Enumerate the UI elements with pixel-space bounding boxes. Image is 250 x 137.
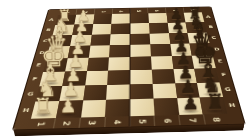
square-g4[interactable] [106,84,130,100]
square-h8[interactable]: ♜ [200,97,227,114]
square-g5[interactable] [130,84,153,100]
square-c5[interactable] [130,33,150,45]
square-e4[interactable] [108,57,130,70]
piece-white-pawn-h2[interactable]: ♟ [60,97,77,116]
piece-white-rook-h1[interactable]: ♜ [34,95,54,117]
square-d3[interactable] [88,45,110,58]
square-b3[interactable] [91,24,111,35]
piece-black-rook-h8[interactable]: ♜ [205,91,224,113]
perspective-scene: 12345678 12345678 ABCDEFGH ABCDEFGH ♜♟♟♜… [0,0,250,137]
square-a6[interactable] [148,13,167,23]
square-h3[interactable] [81,100,107,117]
coord-label-1: 1 [28,118,55,129]
square-h6[interactable] [153,98,178,115]
square-b6[interactable] [149,23,169,34]
product-photo: 12345678 12345678 ABCDEFGH ABCDEFGH ♜♟♟♜… [0,0,250,137]
square-b5[interactable] [130,23,149,34]
coord-label-8: 8 [203,114,230,125]
coord-label-3: 3 [78,117,104,128]
square-e5[interactable] [130,57,152,70]
square-a3[interactable] [93,14,112,24]
square-c4[interactable] [110,34,130,46]
square-h2[interactable]: ♟ [56,101,83,118]
square-f5[interactable] [130,70,152,85]
square-h5[interactable] [130,99,155,116]
coord-label-5: 5 [129,116,154,127]
square-f6[interactable] [152,69,175,84]
coord-label-7: 7 [178,114,204,125]
square-h1[interactable]: ♜ [31,101,59,119]
square-d5[interactable] [130,45,151,57]
square-g6[interactable] [152,83,176,99]
square-h7[interactable]: ♟ [177,98,203,115]
square-g3[interactable] [83,85,108,101]
square-c3[interactable] [90,34,111,46]
coord-label-4: 4 [104,116,129,127]
square-a4[interactable] [111,14,130,24]
square-e6[interactable] [151,56,173,69]
chess-board: 12345678 12345678 ABCDEFGH ABCDEFGH ♜♟♟♜… [13,7,244,130]
square-d6[interactable] [150,44,171,56]
square-a5[interactable] [130,13,149,23]
square-f3[interactable] [85,70,109,85]
square-e3[interactable] [87,57,110,71]
square-h4[interactable] [105,99,130,116]
square-c6[interactable] [149,33,170,45]
coord-label-6: 6 [154,115,180,126]
square-d4[interactable] [109,45,130,57]
coord-label-2: 2 [53,117,80,128]
square-f4[interactable] [107,70,130,85]
square-b4[interactable] [111,23,130,34]
piece-black-pawn-h7[interactable]: ♟ [182,94,199,113]
